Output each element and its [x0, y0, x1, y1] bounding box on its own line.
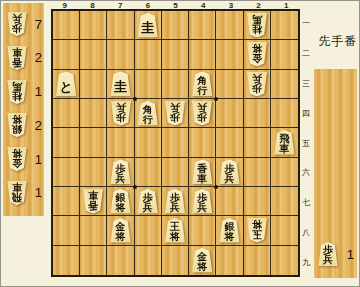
piece-sente-king[interactable]: 王将 [163, 218, 186, 243]
rank-label-6: 六 [301, 158, 311, 188]
gote-pawn-glyph: 歩兵 [109, 101, 132, 126]
gote-hand-knight-count: 1 [35, 84, 42, 99]
piece-sente-promoted-knight[interactable]: 圭 [109, 71, 132, 96]
piece-gote-gold[interactable]: 金将 [245, 42, 268, 67]
sente-pawn-glyph: 歩兵 [109, 159, 132, 184]
rank-labels: 一二三四五六七八九 [301, 9, 311, 277]
square-58[interactable]: 王将 [162, 216, 189, 245]
sente-king-glyph: 王将 [163, 218, 186, 243]
piece-sente-gold[interactable]: 金将 [191, 248, 214, 273]
piece-sente-pawn[interactable]: 歩兵 [191, 189, 214, 214]
square-23[interactable]: 歩兵 [244, 70, 271, 99]
piece-sente-rook[interactable]: 飛車 [273, 130, 296, 155]
gote-hand-pawn-count: 7 [35, 17, 42, 32]
rank-label-4: 四 [301, 98, 311, 128]
sente-pawn-glyph: 歩兵 [136, 189, 159, 214]
square-85[interactable] [80, 128, 107, 157]
gote-hand-knight: 桂馬1 [6, 77, 42, 107]
star-point [214, 97, 218, 101]
gote-rook-glyph: 飛車 [6, 181, 28, 205]
square-59[interactable] [162, 246, 189, 275]
sente-pawn-glyph: 歩兵 [191, 189, 214, 214]
piece-gote-knight[interactable]: 桂馬 [245, 13, 268, 38]
piece-sente-pawn[interactable]: 歩兵 [109, 159, 132, 184]
square-34[interactable] [216, 99, 243, 128]
square-45[interactable] [189, 128, 216, 157]
file-label-9: 9 [51, 1, 79, 9]
gote-hand-silver: 銀将2 [6, 110, 42, 140]
gote-gold-glyph: 金将 [245, 42, 268, 67]
gote-hand-pawn: 歩兵7 [6, 9, 42, 39]
gote-knight-glyph: 桂馬 [6, 80, 28, 104]
shogi-diagram: 987654321 歩兵7香車2桂馬1銀将2金将1飛車1 圭桂馬金将と圭角行歩兵… [0, 0, 360, 287]
square-28[interactable]: 玉将 [244, 216, 271, 245]
sente-pawn-glyph: 歩兵 [317, 242, 339, 266]
piece-gote-knight[interactable]: 桂馬 [6, 80, 28, 104]
gote-captured-stand: 歩兵7香車2桂馬1銀将2金将1飛車1 [3, 3, 44, 216]
gote-knight-glyph: 桂馬 [245, 13, 268, 38]
square-42[interactable] [189, 40, 216, 69]
piece-gote-pawn[interactable]: 歩兵 [163, 101, 186, 126]
board-grid: 圭桂馬金将と圭角行歩兵歩兵角行歩兵歩兵飛車歩兵香車歩兵香車銀将歩兵歩兵歩兵金将王… [53, 11, 298, 275]
square-78[interactable]: 金将 [107, 216, 134, 245]
square-99[interactable] [53, 246, 80, 275]
piece-sente-tokin[interactable]: と [55, 71, 78, 96]
gote-hand-lance-count: 2 [35, 50, 42, 65]
gote-king-glyph: 玉将 [245, 218, 268, 243]
square-54[interactable]: 歩兵 [162, 99, 189, 128]
piece-sente-pawn[interactable]: 歩兵 [163, 189, 186, 214]
square-29[interactable] [244, 246, 271, 275]
sente-silver-glyph: 銀将 [109, 189, 132, 214]
rank-label-3: 三 [301, 69, 311, 99]
square-18[interactable] [271, 216, 298, 245]
square-27[interactable] [244, 187, 271, 216]
square-63[interactable] [135, 70, 162, 99]
square-46[interactable]: 香車 [189, 158, 216, 187]
piece-sente-pawn[interactable]: 歩兵 [218, 159, 241, 184]
piece-sente-bishop[interactable]: 角行 [191, 71, 214, 96]
file-label-7: 7 [106, 1, 134, 9]
gote-lance-glyph: 香車 [6, 46, 28, 70]
piece-gote-lance[interactable]: 香車 [6, 46, 28, 70]
file-label-8: 8 [79, 1, 107, 9]
square-57[interactable]: 歩兵 [162, 187, 189, 216]
square-49[interactable]: 金将 [189, 246, 216, 275]
square-41[interactable] [189, 11, 216, 40]
square-83[interactable] [80, 70, 107, 99]
sente-promoted-knight-glyph: 圭 [136, 13, 159, 38]
sente-gold-glyph: 金将 [191, 248, 214, 273]
square-52[interactable] [162, 40, 189, 69]
square-16[interactable] [271, 158, 298, 187]
square-71[interactable] [107, 11, 134, 40]
square-65[interactable] [135, 128, 162, 157]
file-label-2: 2 [245, 1, 273, 9]
square-73[interactable]: 圭 [107, 70, 134, 99]
square-15[interactable]: 飛車 [271, 128, 298, 157]
sente-silver-glyph: 銀将 [218, 218, 241, 243]
piece-sente-pawn[interactable]: 歩兵 [136, 189, 159, 214]
square-95[interactable] [53, 128, 80, 157]
gote-hand-rook: 飛車1 [6, 178, 42, 208]
shogi-board: 圭桂馬金将と圭角行歩兵歩兵角行歩兵歩兵飛車歩兵香車歩兵香車銀将歩兵歩兵歩兵金将王… [51, 9, 300, 277]
square-21[interactable]: 桂馬 [244, 11, 271, 40]
piece-gote-rook[interactable]: 飛車 [6, 181, 28, 205]
piece-gote-pawn[interactable]: 歩兵 [6, 12, 28, 36]
square-84[interactable] [80, 99, 107, 128]
piece-sente-silver[interactable]: 銀将 [218, 218, 241, 243]
square-61[interactable]: 圭 [135, 11, 162, 40]
square-31[interactable] [216, 11, 243, 40]
piece-sente-bishop[interactable]: 角行 [136, 101, 159, 126]
gote-lance-glyph: 香車 [82, 189, 105, 214]
square-48[interactable] [189, 216, 216, 245]
sente-rook-glyph: 飛車 [273, 130, 296, 155]
sente-hand-pawn-count: 1 [347, 247, 354, 262]
rank-label-8: 八 [301, 217, 311, 247]
square-25[interactable] [244, 128, 271, 157]
square-39[interactable] [216, 246, 243, 275]
gote-hand-rook-count: 1 [35, 185, 42, 200]
file-label-4: 4 [189, 1, 217, 9]
turn-indicator: 先手番 [315, 33, 360, 50]
square-51[interactable] [162, 11, 189, 40]
square-17[interactable] [271, 187, 298, 216]
gote-pawn-glyph: 歩兵 [163, 101, 186, 126]
square-92[interactable] [53, 40, 80, 69]
rank-label-5: 五 [301, 128, 311, 158]
file-labels: 987654321 [51, 1, 300, 9]
rank-label-1: 一 [301, 9, 311, 39]
gote-pawn-glyph: 歩兵 [6, 12, 28, 36]
square-67[interactable]: 歩兵 [135, 187, 162, 216]
sente-tokin-glyph: と [55, 71, 78, 96]
piece-sente-lance[interactable]: 香車 [191, 159, 214, 184]
square-36[interactable]: 歩兵 [216, 158, 243, 187]
piece-sente-silver[interactable]: 銀将 [109, 189, 132, 214]
square-47[interactable]: 歩兵 [189, 187, 216, 216]
square-66[interactable] [135, 158, 162, 187]
square-76[interactable]: 歩兵 [107, 158, 134, 187]
square-75[interactable] [107, 128, 134, 157]
square-64[interactable]: 角行 [135, 99, 162, 128]
square-97[interactable] [53, 187, 80, 216]
gote-hand-lance: 香車2 [6, 43, 42, 73]
square-91[interactable] [53, 11, 80, 40]
square-72[interactable] [107, 40, 134, 69]
rank-label-9: 九 [301, 247, 311, 277]
gote-hand-gold: 金将1 [6, 144, 42, 174]
sente-bishop-glyph: 角行 [136, 101, 159, 126]
sente-hand-pawn: 歩兵1 [317, 239, 354, 269]
square-89[interactable] [80, 246, 107, 275]
piece-sente-gold[interactable]: 金将 [109, 218, 132, 243]
square-56[interactable] [162, 158, 189, 187]
square-96[interactable] [53, 158, 80, 187]
square-69[interactable] [135, 246, 162, 275]
square-33[interactable] [216, 70, 243, 99]
piece-gote-silver[interactable]: 銀将 [6, 113, 28, 137]
square-88[interactable] [80, 216, 107, 245]
square-26[interactable] [244, 158, 271, 187]
star-point [214, 185, 218, 189]
file-label-6: 6 [134, 1, 162, 9]
sente-pawn-glyph: 歩兵 [163, 189, 186, 214]
piece-sente-promoted-knight[interactable]: 圭 [136, 13, 159, 38]
square-44[interactable]: 歩兵 [189, 99, 216, 128]
square-14[interactable] [271, 99, 298, 128]
square-98[interactable] [53, 216, 80, 245]
square-87[interactable]: 香車 [80, 187, 107, 216]
rank-label-7: 七 [301, 188, 311, 218]
square-74[interactable]: 歩兵 [107, 99, 134, 128]
square-24[interactable] [244, 99, 271, 128]
square-55[interactable] [162, 128, 189, 157]
square-86[interactable] [80, 158, 107, 187]
sente-gold-glyph: 金将 [109, 218, 132, 243]
gote-hand-gold-count: 1 [35, 152, 42, 167]
square-81[interactable] [80, 11, 107, 40]
sente-captured-stand: 歩兵1 [314, 69, 357, 278]
square-62[interactable] [135, 40, 162, 69]
square-82[interactable] [80, 40, 107, 69]
square-53[interactable] [162, 70, 189, 99]
square-12[interactable] [271, 40, 298, 69]
square-94[interactable] [53, 99, 80, 128]
sente-pawn-glyph: 歩兵 [218, 159, 241, 184]
square-35[interactable] [216, 128, 243, 157]
gote-hand-silver-count: 2 [35, 118, 42, 133]
piece-gote-pawn[interactable]: 歩兵 [245, 71, 268, 96]
file-label-5: 5 [162, 1, 190, 9]
square-38[interactable]: 銀将 [216, 216, 243, 245]
piece-gote-lance[interactable]: 香車 [82, 189, 105, 214]
square-79[interactable] [107, 246, 134, 275]
square-32[interactable] [216, 40, 243, 69]
square-19[interactable] [271, 246, 298, 275]
square-43[interactable]: 角行 [189, 70, 216, 99]
gote-gold-glyph: 金将 [6, 147, 28, 171]
piece-sente-pawn[interactable]: 歩兵 [317, 242, 339, 266]
piece-gote-pawn[interactable]: 歩兵 [109, 101, 132, 126]
file-label-1: 1 [272, 1, 300, 9]
gote-silver-glyph: 銀将 [6, 113, 28, 137]
square-93[interactable]: と [53, 70, 80, 99]
piece-gote-pawn[interactable]: 歩兵 [191, 101, 214, 126]
file-label-3: 3 [217, 1, 245, 9]
square-13[interactable] [271, 70, 298, 99]
gote-pawn-glyph: 歩兵 [191, 101, 214, 126]
rank-label-2: 二 [301, 39, 311, 69]
sente-bishop-glyph: 角行 [191, 71, 214, 96]
sente-lance-glyph: 香車 [191, 159, 214, 184]
square-77[interactable]: 銀将 [107, 187, 134, 216]
sente-promoted-knight-glyph: 圭 [109, 71, 132, 96]
square-68[interactable] [135, 216, 162, 245]
gote-pawn-glyph: 歩兵 [245, 71, 268, 96]
square-37[interactable] [216, 187, 243, 216]
piece-gote-gold[interactable]: 金将 [6, 147, 28, 171]
piece-gote-king[interactable]: 玉将 [245, 218, 268, 243]
square-11[interactable] [271, 11, 298, 40]
square-22[interactable]: 金将 [244, 40, 271, 69]
